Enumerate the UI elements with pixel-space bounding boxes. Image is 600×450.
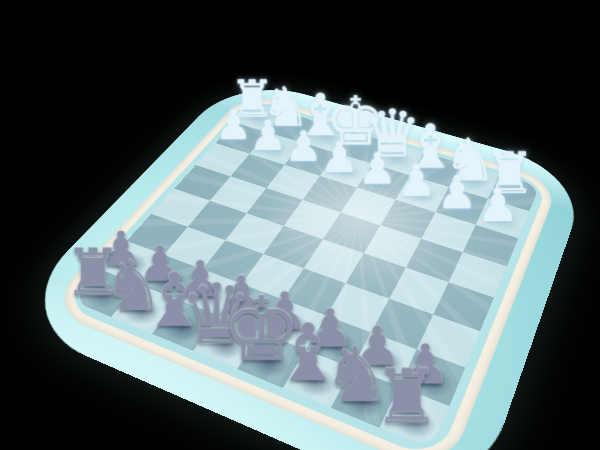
board-grid: ♜♞♝♚♛♝♞♜♟♟♟♟♟♟♟♟♟♟♟♟♟♟♟♟♜♞♝♛♚♝♞♜ [72, 103, 540, 450]
scene: ♜♞♝♚♛♝♞♜♟♟♟♟♟♟♟♟♟♟♟♟♟♟♟♟♜♞♝♛♚♝♞♜ [0, 0, 600, 450]
chess-board-body: ♜♞♝♚♛♝♞♜♟♟♟♟♟♟♟♟♟♟♟♟♟♟♟♟♜♞♝♛♚♝♞♜ [1, 76, 590, 450]
white-rook[interactable]: ♜ [329, 359, 484, 434]
render-stage: ♜♞♝♚♛♝♞♜♟♟♟♟♟♟♟♟♟♟♟♟♟♟♟♟♜♞♝♛♚♝♞♜ [0, 0, 600, 450]
black-pawn[interactable]: ♟ [437, 182, 560, 228]
